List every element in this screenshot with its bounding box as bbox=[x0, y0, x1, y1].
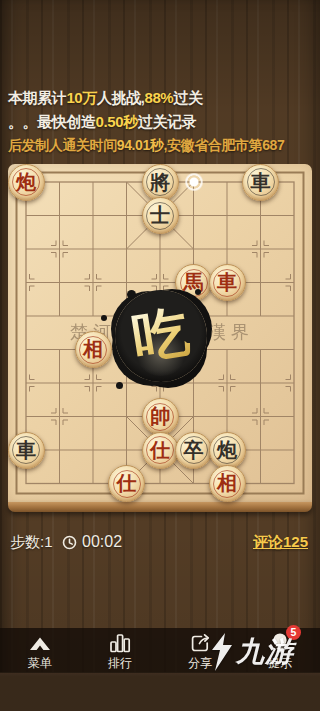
piece-red-相[interactable]: 相 bbox=[209, 465, 246, 502]
record-time: 0.50秒 bbox=[96, 113, 138, 130]
piece-black-車[interactable]: 車 bbox=[242, 164, 279, 201]
capture-animation-blob: 吃 bbox=[115, 290, 207, 382]
nav-label-menu: 菜单 bbox=[28, 655, 52, 672]
stats-text3: 过关 bbox=[173, 89, 202, 106]
nav-label-share: 分享 bbox=[188, 655, 212, 672]
ticker-location: ,安徽省合肥市第687 bbox=[163, 137, 284, 153]
ticker-time: 94.01秒 bbox=[117, 137, 164, 153]
piece-black-將[interactable]: 將 bbox=[142, 164, 179, 201]
step-counter: 步数:1 bbox=[10, 533, 53, 552]
jiuyou-watermark: 九游 bbox=[210, 633, 294, 671]
ink-droplet bbox=[195, 289, 201, 295]
timer-group: 00:02 bbox=[62, 533, 122, 551]
piece-red-炮[interactable]: 炮 bbox=[8, 164, 45, 201]
board-surface[interactable]: 楚河 漢界 炮將車士馬車相帥車仕卒炮仕相 吃 bbox=[8, 164, 312, 502]
record-text: 。。最快创造 bbox=[8, 113, 96, 130]
status-row: 步数:1 00:02 评论125 bbox=[0, 533, 320, 553]
game-screen: 本期累计10万人挑战,88%过关 。。最快创造0.50秒过关记录 后发制人通关时… bbox=[0, 0, 320, 711]
piece-red-帥[interactable]: 帥 bbox=[142, 398, 179, 435]
piece-red-仕[interactable]: 仕 bbox=[108, 465, 145, 502]
challenge-stats-line: 本期累计10万人挑战,88%过关 bbox=[8, 89, 203, 108]
record-text2: 过关记录 bbox=[138, 113, 196, 130]
ink-droplet bbox=[127, 290, 136, 299]
river-label-right: 漢界 bbox=[208, 321, 254, 342]
ticker-text: 后发制人通关时间 bbox=[8, 137, 117, 153]
piece-black-卒[interactable]: 卒 bbox=[175, 432, 212, 469]
share-icon bbox=[188, 632, 212, 654]
piece-black-車[interactable]: 車 bbox=[8, 432, 45, 469]
board-bottom-edge bbox=[8, 502, 312, 512]
ranking-bars-icon bbox=[108, 632, 132, 654]
watermark-text: 九游 bbox=[236, 633, 294, 671]
piece-black-士[interactable]: 士 bbox=[142, 197, 179, 234]
nav-item-ranking[interactable]: 排行 bbox=[80, 628, 160, 672]
nav-label-ranking: 排行 bbox=[108, 655, 132, 672]
record-line: 。。最快创造0.50秒过关记录 bbox=[8, 113, 196, 132]
stats-count: 10万 bbox=[66, 89, 97, 106]
piece-red-相[interactable]: 相 bbox=[75, 331, 112, 368]
nav-item-menu[interactable]: 菜单 bbox=[0, 628, 80, 672]
xiangqi-board: 楚河 漢界 炮將車士馬車相帥車仕卒炮仕相 吃 bbox=[8, 164, 312, 512]
stats-text: 本期累计 bbox=[8, 89, 66, 106]
last-move-sparkle-marker bbox=[183, 171, 205, 193]
stats-text2: 人挑战, bbox=[97, 89, 145, 106]
stats-percent: 88% bbox=[144, 89, 173, 106]
ink-droplet bbox=[101, 315, 107, 321]
comments-link[interactable]: 评论125 bbox=[253, 533, 308, 552]
piece-red-車[interactable]: 車 bbox=[209, 264, 246, 301]
piece-red-仕[interactable]: 仕 bbox=[142, 432, 179, 469]
ink-droplet bbox=[116, 382, 123, 389]
lightning-logo-icon bbox=[210, 633, 234, 671]
timer-value: 00:02 bbox=[82, 533, 122, 551]
bottom-strip bbox=[0, 672, 320, 711]
capture-eat-label: 吃 bbox=[127, 294, 194, 378]
piece-black-炮[interactable]: 炮 bbox=[209, 432, 246, 469]
ticker-line: 后发制人通关时间94.01秒,安徽省合肥市第687 bbox=[8, 137, 284, 155]
menu-chevron-up-icon bbox=[28, 632, 52, 654]
clock-icon bbox=[62, 535, 77, 550]
